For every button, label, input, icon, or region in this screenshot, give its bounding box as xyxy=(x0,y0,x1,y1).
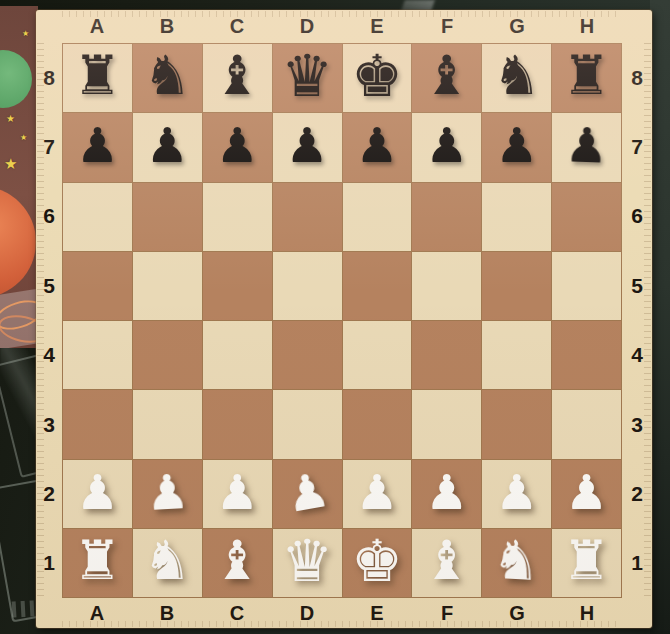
square-f2[interactable]: ♟ xyxy=(412,460,481,528)
square-h7[interactable]: ♟ xyxy=(552,113,621,181)
square-b1[interactable]: ♞ xyxy=(133,529,202,597)
file-label-c-bottom: C xyxy=(202,598,272,628)
file-label-g-bottom: G xyxy=(482,598,552,628)
square-d3[interactable] xyxy=(273,390,342,458)
square-h1[interactable]: ♜ xyxy=(552,529,621,597)
black-knight[interactable]: ♞ xyxy=(492,49,540,103)
white-king[interactable]: ♚ xyxy=(351,532,403,590)
file-label-b-top: B xyxy=(132,10,202,43)
square-h2[interactable]: ♟ xyxy=(552,460,621,528)
white-pawn[interactable]: ♟ xyxy=(355,468,398,516)
file-label-a-top: A xyxy=(62,10,132,43)
square-b2[interactable]: ♟ xyxy=(133,460,202,528)
square-b8[interactable]: ♞ xyxy=(133,44,202,112)
black-rook[interactable]: ♜ xyxy=(562,49,610,103)
rank-label-5-left: 5 xyxy=(36,251,62,320)
wall-poster: ★ ★ ★ ★ xyxy=(0,6,38,348)
file-label-h-top: H xyxy=(552,10,622,43)
square-a1[interactable]: ♜ xyxy=(63,529,132,597)
square-a7[interactable]: ♟ xyxy=(63,113,132,181)
white-knight[interactable]: ♞ xyxy=(143,534,191,588)
white-knight[interactable]: ♞ xyxy=(491,533,542,589)
file-label-c-top: C xyxy=(202,10,272,43)
white-queen[interactable]: ♛ xyxy=(281,532,333,590)
black-bishop[interactable]: ♝ xyxy=(213,49,261,103)
square-f1[interactable]: ♝ xyxy=(412,529,481,597)
square-a2[interactable]: ♟ xyxy=(63,460,132,528)
file-labels-top: ABCDEFGH xyxy=(36,10,652,43)
black-pawn[interactable]: ♟ xyxy=(286,121,329,169)
square-e8[interactable]: ♚ xyxy=(343,44,412,112)
black-pawn[interactable]: ♟ xyxy=(425,121,468,169)
square-f8[interactable]: ♝ xyxy=(412,44,481,112)
square-b7[interactable]: ♟ xyxy=(133,113,202,181)
poster-green-circle xyxy=(0,50,32,108)
square-g8[interactable]: ♞ xyxy=(482,44,551,112)
square-e1[interactable]: ♚ xyxy=(343,529,412,597)
square-g6[interactable] xyxy=(482,183,551,251)
square-d5[interactable] xyxy=(273,252,342,320)
square-g2[interactable]: ♟ xyxy=(482,460,551,528)
square-d6[interactable] xyxy=(273,183,342,251)
rank-label-2-right: 2 xyxy=(622,459,652,528)
square-c3[interactable] xyxy=(203,390,272,458)
square-b4[interactable] xyxy=(133,321,202,389)
white-rook[interactable]: ♜ xyxy=(73,534,121,588)
black-knight[interactable]: ♞ xyxy=(143,49,191,103)
square-e4[interactable] xyxy=(343,321,412,389)
rank-label-4-right: 4 xyxy=(622,321,652,390)
white-bishop[interactable]: ♝ xyxy=(423,534,471,588)
file-label-f-bottom: F xyxy=(412,598,482,628)
file-label-d-bottom: D xyxy=(272,598,342,628)
rank-labels-right: 87654321 xyxy=(622,43,652,598)
star-icon: ★ xyxy=(20,134,27,142)
star-icon: ★ xyxy=(6,114,15,124)
white-pawn[interactable]: ♟ xyxy=(425,468,468,516)
square-e3[interactable] xyxy=(343,390,412,458)
black-queen[interactable]: ♛ xyxy=(281,47,333,105)
rank-label-3-left: 3 xyxy=(36,390,62,459)
square-c1[interactable]: ♝ xyxy=(203,529,272,597)
rank-label-5-right: 5 xyxy=(622,251,652,320)
square-h4[interactable] xyxy=(552,321,621,389)
file-label-g-top: G xyxy=(482,10,552,43)
white-pawn[interactable]: ♟ xyxy=(495,468,538,516)
black-king[interactable]: ♚ xyxy=(351,47,403,105)
square-f3[interactable] xyxy=(412,390,481,458)
blackboard-right-edge xyxy=(650,0,670,634)
square-d1[interactable]: ♛ xyxy=(273,529,342,597)
square-d7[interactable]: ♟ xyxy=(273,113,342,181)
file-label-a-bottom: A xyxy=(62,598,132,628)
file-label-h-bottom: H xyxy=(552,598,622,628)
square-c4[interactable] xyxy=(203,321,272,389)
square-g5[interactable] xyxy=(482,252,551,320)
square-g3[interactable] xyxy=(482,390,551,458)
square-f4[interactable] xyxy=(412,321,481,389)
square-c7[interactable]: ♟ xyxy=(203,113,272,181)
white-pawn[interactable]: ♟ xyxy=(216,468,259,516)
square-f7[interactable]: ♟ xyxy=(412,113,481,181)
square-e5[interactable] xyxy=(343,252,412,320)
rank-label-6-right: 6 xyxy=(622,182,652,251)
board-squares: ♜♞♝♛♚♝♞♜♟♟♟♟♟♟♟♟♟♟♟♟♟♟♟♟♜♞♝♛♚♝♞♜ xyxy=(62,43,622,598)
rank-label-7-left: 7 xyxy=(36,112,62,181)
square-c8[interactable]: ♝ xyxy=(203,44,272,112)
black-pawn[interactable]: ♟ xyxy=(355,121,398,169)
square-d4[interactable] xyxy=(273,321,342,389)
white-pawn[interactable]: ♟ xyxy=(282,464,333,519)
rank-label-4-left: 4 xyxy=(36,321,62,390)
white-rook[interactable]: ♜ xyxy=(562,534,610,588)
file-label-d-top: D xyxy=(272,10,342,43)
black-rook[interactable]: ♜ xyxy=(73,49,121,103)
white-pawn[interactable]: ♟ xyxy=(565,468,608,516)
white-pawn[interactable]: ♟ xyxy=(76,468,119,516)
rank-label-3-right: 3 xyxy=(622,390,652,459)
square-g7[interactable]: ♟ xyxy=(482,113,551,181)
rank-label-6-left: 6 xyxy=(36,182,62,251)
rank-label-8-left: 8 xyxy=(36,43,62,112)
star-icon: ★ xyxy=(22,30,29,38)
square-g1[interactable]: ♞ xyxy=(482,529,551,597)
poster-orange-ball xyxy=(0,186,36,298)
square-h8[interactable]: ♜ xyxy=(552,44,621,112)
square-e7[interactable]: ♟ xyxy=(343,113,412,181)
chess-board: ABCDEFGH 87654321 ♜♞♝♛♚♝♞♜♟♟♟♟♟♟♟♟♟♟♟♟♟♟… xyxy=(36,10,652,628)
square-c5[interactable] xyxy=(203,252,272,320)
square-h6[interactable] xyxy=(552,183,621,251)
file-label-b-bottom: B xyxy=(132,598,202,628)
square-a5[interactable] xyxy=(63,252,132,320)
tape-patch xyxy=(0,288,38,348)
square-h3[interactable] xyxy=(552,390,621,458)
black-pawn[interactable]: ♟ xyxy=(495,121,538,169)
square-c2[interactable]: ♟ xyxy=(203,460,272,528)
square-a8[interactable]: ♜ xyxy=(63,44,132,112)
black-pawn[interactable]: ♟ xyxy=(146,121,189,169)
square-e2[interactable]: ♟ xyxy=(343,460,412,528)
square-c6[interactable] xyxy=(203,183,272,251)
file-label-f-top: F xyxy=(412,10,482,43)
black-bishop[interactable]: ♝ xyxy=(423,49,471,103)
black-pawn[interactable]: ♟ xyxy=(76,121,119,169)
square-a6[interactable] xyxy=(63,183,132,251)
square-f5[interactable] xyxy=(412,252,481,320)
square-h5[interactable] xyxy=(552,252,621,320)
rank-label-1-left: 1 xyxy=(36,529,62,598)
square-a4[interactable] xyxy=(63,321,132,389)
black-pawn[interactable]: ♟ xyxy=(564,121,609,170)
white-bishop[interactable]: ♝ xyxy=(213,534,261,588)
square-f6[interactable] xyxy=(412,183,481,251)
file-label-e-top: E xyxy=(342,10,412,43)
file-labels-bottom: ABCDEFGH xyxy=(36,598,652,628)
file-label-e-bottom: E xyxy=(342,598,412,628)
square-b5[interactable] xyxy=(133,252,202,320)
star-icon: ★ xyxy=(4,156,17,171)
square-d2[interactable]: ♟ xyxy=(273,460,342,528)
square-b6[interactable] xyxy=(133,183,202,251)
black-pawn[interactable]: ♟ xyxy=(216,121,259,169)
rank-labels-left: 87654321 xyxy=(36,43,62,598)
rank-label-8-right: 8 xyxy=(622,43,652,112)
rank-label-2-left: 2 xyxy=(36,459,62,528)
square-b3[interactable] xyxy=(133,390,202,458)
square-g4[interactable] xyxy=(482,321,551,389)
rank-label-1-right: 1 xyxy=(622,529,652,598)
rank-label-7-right: 7 xyxy=(622,112,652,181)
white-pawn[interactable]: ♟ xyxy=(145,467,190,517)
square-e6[interactable] xyxy=(343,183,412,251)
square-d8[interactable]: ♛ xyxy=(273,44,342,112)
square-a3[interactable] xyxy=(63,390,132,458)
